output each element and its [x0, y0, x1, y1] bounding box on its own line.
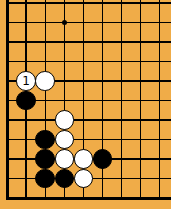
stone-black-f3 [93, 149, 113, 169]
stone-white-e2 [74, 169, 94, 189]
board-edge-bottom [6, 197, 172, 200]
star-point-d10 [62, 20, 67, 25]
stone-black-b6 [16, 91, 36, 111]
stone-white-d3 [55, 149, 75, 169]
grid-line-horizontal [6, 22, 172, 23]
stone-white-e3 [74, 149, 94, 169]
grid-line-horizontal [6, 119, 172, 120]
stone-white-b7: 1 [16, 71, 36, 91]
stone-black-c3 [35, 149, 55, 169]
move-number-label: 1 [22, 75, 30, 87]
stone-black-d2 [55, 169, 75, 189]
grid-line-horizontal [6, 2, 172, 3]
go-board: 1 [0, 0, 171, 209]
grid-line-horizontal [6, 61, 172, 62]
grid-line-horizontal [6, 139, 172, 140]
grid-line-horizontal [6, 41, 172, 42]
stone-white-d5 [55, 110, 75, 130]
stone-black-c2 [35, 169, 55, 189]
stone-black-c4 [35, 130, 55, 150]
stone-white-c7 [35, 71, 55, 91]
stone-white-d4 [55, 130, 75, 150]
